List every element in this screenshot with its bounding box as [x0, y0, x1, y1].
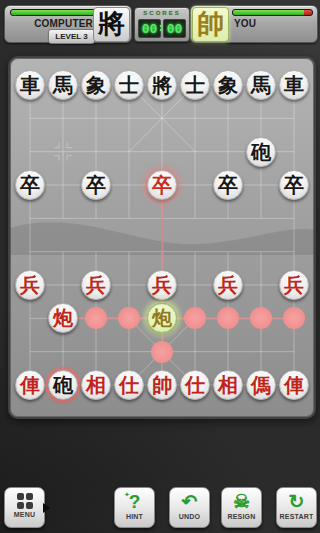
scores-panel: SCORES 00 00 [134, 7, 190, 42]
piece-black-general[interactable]: 將 [147, 70, 177, 100]
scores-label: SCORES [135, 10, 189, 16]
piece-black-soldier[interactable]: 卒 [81, 170, 111, 200]
restart-arrow-icon: ↻ [277, 490, 316, 513]
piece-red-advisor[interactable]: 仕 [180, 370, 210, 400]
xiangqi-board[interactable]: 車馬象士將士象馬車砲卒卒卒卒卒兵兵兵兵兵炮炮俥砲相仕帥仕相傌俥 [8, 56, 316, 419]
piece-black-advisor[interactable]: 士 [180, 70, 210, 100]
piece-black-cannon[interactable]: 砲 [246, 137, 276, 167]
piece-black-elephant[interactable]: 象 [213, 70, 243, 100]
menu-expand-arrow-icon [43, 503, 50, 513]
piece-red-elephant[interactable]: 相 [213, 370, 243, 400]
piece-red-advisor[interactable]: 仕 [114, 370, 144, 400]
hint-button[interactable]: ✦ ? HINT [114, 487, 155, 528]
level-chip[interactable]: LEVEL 3 [48, 29, 95, 44]
piece-red-soldier[interactable]: 兵 [15, 270, 45, 300]
undo-button[interactable]: ↶ UNDO [169, 487, 210, 528]
piece-black-soldier[interactable]: 卒 [279, 170, 309, 200]
resign-button-label: RESIGN [222, 513, 261, 520]
undo-arrow-icon: ↶ [170, 490, 209, 513]
piece-black-chariot[interactable]: 車 [279, 70, 309, 100]
piece-red-soldier[interactable]: 兵 [279, 270, 309, 300]
you-progress-red [304, 10, 312, 15]
computer-progress-bar [10, 9, 96, 16]
computer-name-label: COMPUTER [10, 18, 93, 29]
undo-button-label: UNDO [170, 513, 209, 520]
piece-black-cannon[interactable]: 砲 [48, 370, 78, 400]
score-computer-lcd: 00 [138, 19, 161, 38]
piece-black-soldier[interactable]: 卒 [15, 170, 45, 200]
piece-red-soldier[interactable]: 兵 [147, 270, 177, 300]
piece-red-elephant[interactable]: 相 [81, 370, 111, 400]
you-progress-bar [232, 9, 313, 16]
computer-progress-fill [11, 10, 95, 15]
piece-red-soldier[interactable]: 兵 [213, 270, 243, 300]
restart-button-label: RESTART [277, 513, 316, 520]
piece-red-chariot[interactable]: 俥 [15, 370, 45, 400]
piece-black-soldier[interactable]: 卒 [147, 170, 177, 200]
black-general-tile: 將 [93, 7, 130, 42]
piece-red-general[interactable]: 帥 [147, 370, 177, 400]
red-general-tile: 帥 [192, 7, 229, 42]
hint-question-icon: ? [115, 490, 154, 513]
hint-sparkle-icon: ✦ [124, 491, 130, 499]
piece-black-advisor[interactable]: 士 [114, 70, 144, 100]
piece-black-chariot[interactable]: 車 [15, 70, 45, 100]
you-panel: 帥 YOU [190, 5, 318, 43]
menu-grid-icon [17, 493, 33, 509]
piece-black-elephant[interactable]: 象 [81, 70, 111, 100]
hint-button-label: HINT [115, 513, 154, 520]
you-progress-fill [233, 10, 304, 15]
restart-button[interactable]: ↻ RESTART [276, 487, 317, 528]
score-you-lcd: 00 [163, 19, 186, 38]
piece-red-horse[interactable]: 傌 [246, 370, 276, 400]
menu-button-label: MENU [5, 511, 44, 518]
piece-black-soldier[interactable]: 卒 [213, 170, 243, 200]
resign-button[interactable]: ☠ RESIGN [221, 487, 262, 528]
you-name-label: YOU [234, 18, 256, 29]
piece-red-chariot[interactable]: 俥 [279, 370, 309, 400]
menu-button[interactable]: MENU [4, 487, 45, 528]
resign-skull-icon: ☠ [222, 490, 261, 513]
piece-black-horse[interactable]: 馬 [48, 70, 78, 100]
piece-black-horse[interactable]: 馬 [246, 70, 276, 100]
move-dot[interactable] [151, 341, 173, 363]
piece-red-soldier[interactable]: 兵 [81, 270, 111, 300]
computer-panel: COMPUTER LEVEL 3 將 [4, 5, 132, 43]
